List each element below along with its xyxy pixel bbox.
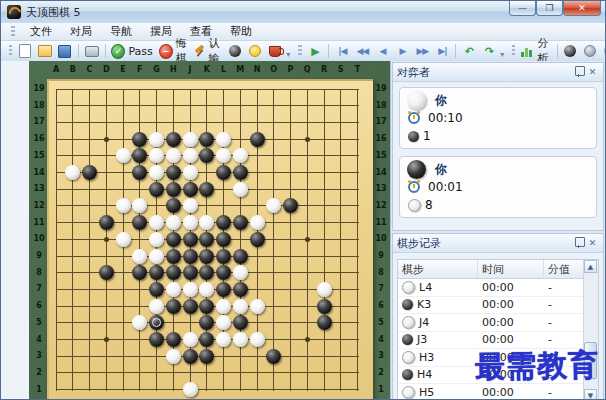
- new-file-icon[interactable]: [15, 43, 35, 59]
- save-icon[interactable]: [55, 43, 75, 59]
- player-card-black: 你00:018: [399, 156, 597, 218]
- menu-item-1[interactable]: 对局: [61, 24, 101, 39]
- play-icon: ▶: [308, 44, 322, 58]
- white-stone-J15: [183, 148, 198, 163]
- coord-label-row: 8: [374, 268, 388, 277]
- white-stone-H15: [166, 148, 181, 163]
- move-time: 00:00: [478, 281, 544, 294]
- menu-item-5[interactable]: 帮助: [221, 24, 261, 39]
- coord-label-row: 19: [374, 84, 388, 93]
- white-stone-G6: [149, 299, 164, 314]
- coord-label-col: E: [117, 65, 129, 74]
- coord-label-col: G: [151, 65, 163, 74]
- grid-line: [56, 89, 359, 90]
- capture-count: 8: [425, 198, 433, 212]
- fast-forward-icon[interactable]: ▶▶: [412, 43, 432, 59]
- black-stone-D8: [99, 265, 114, 280]
- grid-line: [89, 89, 90, 391]
- white-stone-J14: [183, 165, 198, 180]
- hoshi-point: [104, 337, 109, 342]
- move-coord: H5: [419, 386, 434, 399]
- player-card-white: 你00:101: [399, 87, 597, 149]
- stone-black-icon: [563, 44, 577, 58]
- grid-line: [290, 89, 291, 391]
- coord-label-col: F: [134, 65, 146, 74]
- coord-label-row: 7: [32, 284, 46, 293]
- stone-white-icon[interactable]: [600, 43, 606, 59]
- moves-panel-title: 棋步记录: [397, 236, 573, 251]
- coord-label-row: 4: [32, 335, 46, 344]
- back-icon[interactable]: ◀: [372, 43, 392, 59]
- grid-line: [56, 172, 359, 173]
- coord-label-row: 17: [374, 117, 388, 126]
- close-panel-icon[interactable]: ✕: [586, 238, 599, 248]
- coord-label-row: 16: [32, 134, 46, 143]
- first-move-icon: |◀: [335, 44, 349, 58]
- black-stone-L9: [216, 249, 231, 264]
- black-stone-F16: [132, 132, 147, 147]
- undo-move-icon: −: [159, 44, 173, 58]
- black-stone-J10: [183, 232, 198, 247]
- coord-label-row: 3: [32, 351, 46, 360]
- white-stone-M8: [233, 265, 248, 280]
- black-stone-M14: [233, 165, 248, 180]
- coord-label-row: 14: [374, 168, 388, 177]
- coord-label-row: 11: [32, 218, 46, 227]
- coord-label-col: K: [201, 65, 213, 74]
- coord-label-row: 1: [32, 385, 46, 394]
- go-board[interactable]: ABCDEFGHJKLMNOPQRST191918181717161615151…: [29, 61, 393, 399]
- last-move-icon: ▶|: [435, 44, 449, 58]
- coord-label-row: 2: [32, 368, 46, 377]
- coord-label-row: 13: [374, 184, 388, 193]
- white-stone-E15: [116, 148, 131, 163]
- black-stone-H10: [166, 232, 181, 247]
- analyze-chart-icon: [521, 44, 534, 58]
- count-stone-icon: [228, 44, 242, 58]
- coord-label-row: 8: [32, 268, 46, 277]
- white-stone-E12: [116, 198, 131, 213]
- coord-label-col: Q: [301, 65, 313, 74]
- grid-line: [273, 89, 274, 391]
- move-score: -: [544, 386, 582, 399]
- hint-bulb-icon: [248, 44, 262, 58]
- player-time: 00:01: [428, 180, 463, 194]
- move-stone-icon: [402, 316, 415, 329]
- coord-label-row: 11: [374, 218, 388, 227]
- capture-stone-icon: [408, 199, 421, 212]
- grid-line: [56, 389, 359, 390]
- move-row-J4[interactable]: J400:00-: [398, 314, 598, 332]
- coord-label-row: 1: [374, 385, 388, 394]
- pass-check-icon: ✓: [111, 44, 125, 58]
- white-stone-G14: [149, 165, 164, 180]
- redo-arrow-icon[interactable]: ↷: [479, 43, 499, 59]
- black-stone-H9: [166, 249, 181, 264]
- coord-label-col: S: [335, 65, 347, 74]
- white-stone-J12: [183, 198, 198, 213]
- player-stone-icon: [407, 160, 426, 179]
- watermark: 最需教育: [475, 345, 600, 388]
- coord-label-col: L: [218, 65, 230, 74]
- stone-gray-icon[interactable]: [580, 43, 600, 59]
- title-bar: 天顶围棋 5 — ❐ ✕: [1, 1, 605, 23]
- grid-line: [56, 89, 57, 391]
- pin-icon[interactable]: [573, 237, 586, 249]
- coord-label-row: 3: [374, 351, 388, 360]
- coord-label-row: 10: [32, 234, 46, 243]
- move-coord: L4: [419, 281, 432, 294]
- white-stone-G11: [149, 215, 164, 230]
- territory-cup-icon[interactable]: [265, 43, 285, 59]
- black-stone-M11: [233, 215, 248, 230]
- coord-label-row: 9: [32, 251, 46, 260]
- black-stone-J13: [183, 182, 198, 197]
- black-stone-J8: [183, 265, 198, 280]
- coord-label-row: 15: [374, 151, 388, 160]
- coord-label-row: 19: [32, 84, 46, 93]
- move-stone-icon: [402, 369, 413, 380]
- coord-label-row: 15: [32, 151, 46, 160]
- black-stone-L11: [216, 215, 231, 230]
- move-stone-icon: [402, 334, 413, 345]
- open-folder-icon[interactable]: [35, 43, 55, 59]
- grid-line: [357, 89, 358, 391]
- coord-label-col: J: [184, 65, 196, 74]
- white-stone-J1: [183, 382, 198, 397]
- white-stone-R7: [317, 282, 332, 297]
- player-stone-icon: [407, 91, 426, 110]
- move-stone-icon: [402, 281, 415, 294]
- players-panel-title: 对弈者: [397, 65, 573, 80]
- players-list: 你00:101你00:018: [393, 82, 603, 230]
- window-title: 天顶围棋 5: [26, 5, 81, 20]
- player-time: 00:10: [428, 111, 463, 125]
- menu-item-0[interactable]: 文件: [21, 24, 61, 39]
- move-coord: J3: [417, 333, 427, 346]
- back-icon: ◀: [375, 44, 389, 58]
- white-stone-E10: [116, 232, 131, 247]
- move-time: 00:00: [478, 316, 544, 329]
- white-stone-J4: [183, 332, 198, 347]
- white-stone-J7: [183, 282, 198, 297]
- grid-line: [56, 205, 359, 206]
- grid-line: [56, 105, 359, 106]
- coord-label-row: 10: [374, 234, 388, 243]
- territory-cup-icon: [268, 44, 282, 58]
- coord-label-col: M: [234, 65, 246, 74]
- hint-bulb-icon[interactable]: [245, 43, 265, 59]
- pin-icon[interactable]: [573, 66, 586, 78]
- black-stone-G4: [149, 332, 164, 347]
- menu-bar: 文件对局导航摆局查看帮助: [1, 23, 605, 41]
- coord-label-col: N: [251, 65, 263, 74]
- black-stone-H16: [166, 132, 181, 147]
- white-stone-L6: [216, 299, 231, 314]
- capture-count: 1: [423, 129, 431, 143]
- move-row-L4[interactable]: L400:00-: [398, 279, 598, 297]
- coord-label-col: A: [50, 65, 62, 74]
- coord-label-row: 18: [374, 101, 388, 110]
- coord-label-col: T: [352, 65, 364, 74]
- save-icon: [58, 44, 72, 58]
- white-stone-G10: [149, 232, 164, 247]
- coord-label-col: B: [67, 65, 79, 74]
- toolbar-group-2: 分析▾: [508, 41, 606, 61]
- coord-label-row: 12: [374, 201, 388, 210]
- black-stone-H13: [166, 182, 181, 197]
- stone-black-icon[interactable]: [560, 43, 580, 59]
- coord-label-col: H: [167, 65, 179, 74]
- scroll-down-icon[interactable]: ▼: [584, 389, 597, 400]
- first-move-icon[interactable]: |◀: [332, 43, 352, 59]
- move-coord: H3: [419, 351, 434, 364]
- player-name: 你: [435, 161, 447, 178]
- capture-stone-icon: [408, 131, 419, 142]
- toolbar-group-0: ✓Pass−悔棋认输▾: [5, 41, 294, 61]
- pass-check-button[interactable]: ✓Pass: [108, 43, 155, 59]
- coord-label-row: 2: [374, 368, 388, 377]
- grid-line: [56, 372, 359, 373]
- coord-label-col: R: [318, 65, 330, 74]
- menu-grip: [11, 26, 15, 37]
- stone-gray-icon: [583, 44, 597, 58]
- black-stone-J3: [183, 349, 198, 364]
- grid-line: [56, 122, 359, 123]
- menu-item-2[interactable]: 导航: [101, 24, 141, 39]
- white-stone-H11: [166, 215, 181, 230]
- app-window: 天顶围棋 5 — ❐ ✕ 文件对局导航摆局查看帮助 ✓Pass−悔棋认输▾▶|◀…: [0, 0, 606, 400]
- coord-label-row: 17: [32, 117, 46, 126]
- white-stone-F9: [132, 249, 147, 264]
- play-icon[interactable]: ▶: [305, 43, 325, 59]
- coord-label-col: D: [100, 65, 112, 74]
- move-time: 00:00: [478, 333, 544, 346]
- white-stone-G9: [149, 249, 164, 264]
- move-coord: K3: [417, 298, 431, 311]
- black-stone-R5: [317, 315, 332, 330]
- move-score: -: [544, 281, 582, 294]
- black-stone-N16: [250, 132, 265, 147]
- white-stone-N11: [250, 215, 265, 230]
- black-stone-O3: [266, 349, 281, 364]
- black-stone-L14: [216, 165, 231, 180]
- coord-label-row: 13: [32, 184, 46, 193]
- clock-icon: [408, 181, 420, 193]
- hoshi-point: [104, 237, 109, 242]
- move-time: 00:00: [478, 298, 544, 311]
- maximize-button[interactable]: ❐: [536, 1, 563, 16]
- redo-arrow-icon: ↷: [482, 44, 496, 58]
- coord-label-row: 12: [32, 201, 46, 210]
- black-stone-M5: [233, 315, 248, 330]
- forward-icon[interactable]: ▶: [392, 43, 412, 59]
- player-name: 你: [435, 92, 447, 109]
- moves-col-header[interactable]: 时间: [478, 260, 544, 278]
- print-icon[interactable]: [82, 43, 102, 59]
- count-stone-icon[interactable]: [225, 43, 245, 59]
- last-move-icon[interactable]: ▶|: [432, 43, 452, 59]
- black-stone-L7: [216, 282, 231, 297]
- coord-label-row: 9: [374, 251, 388, 260]
- hoshi-point: [305, 237, 310, 242]
- black-stone-R6: [317, 299, 332, 314]
- black-stone-M7: [233, 282, 248, 297]
- grid-line: [324, 89, 325, 391]
- move-stone-icon: [402, 351, 415, 364]
- white-stone-L4: [216, 332, 231, 347]
- black-stone-K10: [199, 232, 214, 247]
- black-stone-H14: [166, 165, 181, 180]
- black-stone-N10: [250, 232, 265, 247]
- fast-back-icon[interactable]: ◀◀: [352, 43, 372, 59]
- black-stone-H4: [166, 332, 181, 347]
- black-stone-H8: [166, 265, 181, 280]
- app-icon: [7, 5, 21, 19]
- coord-label-row: 14: [32, 168, 46, 177]
- scroll-up-icon[interactable]: ▲: [584, 260, 597, 273]
- coord-label-col: C: [84, 65, 96, 74]
- coord-label-row: 7: [374, 284, 388, 293]
- black-stone-G7: [149, 282, 164, 297]
- move-coord: H4: [417, 368, 432, 381]
- resign-hammer-icon: [194, 44, 206, 58]
- coord-label-row: 16: [374, 134, 388, 143]
- move-stone-icon: [402, 386, 415, 399]
- black-stone-J9: [183, 249, 198, 264]
- toolbar-overflow-icon[interactable]: ▾: [500, 50, 504, 59]
- print-icon: [85, 44, 99, 58]
- moves-col-header[interactable]: 棋步: [398, 260, 478, 278]
- white-stone-M13: [233, 182, 248, 197]
- move-stone-icon: [402, 299, 413, 310]
- coord-label-row: 6: [374, 301, 388, 310]
- hoshi-point: [305, 337, 310, 342]
- black-stone-K9: [199, 249, 214, 264]
- black-stone-L10: [216, 232, 231, 247]
- move-score: -: [544, 316, 582, 329]
- moves-table-header: 棋步时间分值: [398, 260, 598, 279]
- black-stone-K3: [199, 349, 214, 364]
- minimize-button[interactable]: —: [509, 1, 536, 16]
- grid-line: [72, 89, 73, 391]
- coord-label-col: P: [285, 65, 297, 74]
- moves-panel-header: 棋步记录 ✕: [393, 234, 603, 253]
- left-strip: [1, 61, 30, 399]
- coord-label-row: 4: [374, 335, 388, 344]
- white-stone-N6: [250, 299, 265, 314]
- white-stone-M6: [233, 299, 248, 314]
- undo-arrow-icon[interactable]: ↶: [459, 43, 479, 59]
- move-row-K3[interactable]: K300:00-: [398, 297, 598, 315]
- black-stone-C14: [82, 165, 97, 180]
- white-stone-J11: [183, 215, 198, 230]
- coord-label-row: 5: [374, 318, 388, 327]
- toolbar: ✓Pass−悔棋认输▾▶|◀◀◀◀▶▶▶▶|↶↷▾分析▾: [1, 41, 605, 62]
- close-button[interactable]: ✕: [563, 1, 601, 16]
- toolbar-group-1: ▶|◀◀◀◀▶▶▶▶|↶↷▾: [294, 41, 508, 61]
- white-stone-J16: [183, 132, 198, 147]
- undo-arrow-icon: ↶: [462, 44, 476, 58]
- black-stone-H6: [166, 299, 181, 314]
- black-stone-G13: [149, 182, 164, 197]
- white-stone-M4: [233, 332, 248, 347]
- hoshi-point: [104, 137, 109, 142]
- forward-icon: ▶: [395, 44, 409, 58]
- coord-label-col: O: [268, 65, 280, 74]
- players-panel-header: 对弈者 ✕: [393, 63, 603, 82]
- coord-label-row: 6: [32, 301, 46, 310]
- open-folder-icon: [38, 44, 52, 58]
- white-stone-H3: [166, 349, 181, 364]
- move-coord: J4: [419, 316, 429, 329]
- white-stone-G16: [149, 132, 164, 147]
- coord-label-row: 18: [32, 101, 46, 110]
- white-stone-L16: [216, 132, 231, 147]
- fast-forward-icon: ▶▶: [415, 44, 429, 58]
- fast-back-icon: ◀◀: [355, 44, 369, 58]
- moves-col-header[interactable]: 分值: [544, 260, 582, 278]
- white-stone-N4: [250, 332, 265, 347]
- coord-label-row: 5: [32, 318, 46, 327]
- clock-icon: [408, 112, 420, 124]
- black-stone-K13: [199, 182, 214, 197]
- toolbar-overflow-icon[interactable]: ▾: [286, 50, 290, 59]
- hoshi-point: [305, 137, 310, 142]
- black-stone-D11: [99, 215, 114, 230]
- close-panel-icon[interactable]: ✕: [586, 67, 599, 77]
- black-stone-J6: [183, 299, 198, 314]
- white-stone-H7: [166, 282, 181, 297]
- white-stone-M15: [233, 148, 248, 163]
- move-score: -: [544, 298, 582, 311]
- grid-line: [340, 89, 341, 391]
- black-stone-K6: [199, 299, 214, 314]
- players-panel: 对弈者 ✕ 你00:101你00:018: [392, 62, 604, 231]
- black-stone-K16: [199, 132, 214, 147]
- black-stone-M9: [233, 249, 248, 264]
- new-file-icon: [18, 44, 32, 58]
